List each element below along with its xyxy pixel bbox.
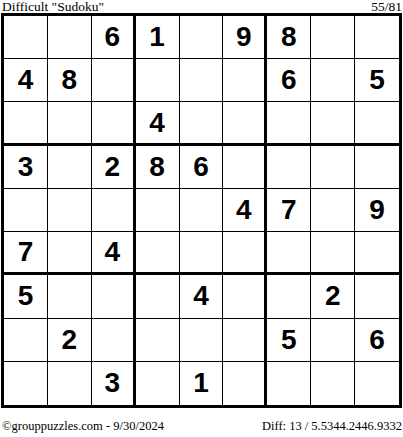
cell-r5c5-empty[interactable]	[180, 189, 224, 232]
cell-r2c8-empty[interactable]	[311, 59, 355, 102]
cell-r3c9-empty[interactable]	[355, 102, 399, 145]
cell-r1c3-given: 6	[92, 16, 136, 59]
cell-r1c9-empty[interactable]	[355, 16, 399, 59]
cell-r2c1-given: 4	[4, 59, 48, 102]
puzzle-title: Difficult "Sudoku"	[2, 0, 104, 13]
cell-r3c4-given: 4	[136, 102, 180, 145]
cell-r1c5-empty[interactable]	[180, 16, 224, 59]
cell-r4c1-given: 3	[4, 146, 48, 189]
cell-r8c9-given: 6	[355, 319, 399, 362]
cell-r3c3-empty[interactable]	[92, 102, 136, 145]
cell-r7c8-given: 2	[311, 275, 355, 318]
cell-r4c7-empty[interactable]	[267, 146, 311, 189]
cell-r9c8-empty[interactable]	[311, 362, 355, 405]
cell-r1c7-given: 8	[267, 16, 311, 59]
cell-r2c4-empty[interactable]	[136, 59, 180, 102]
cell-r4c3-given: 2	[92, 146, 136, 189]
cell-r5c8-empty[interactable]	[311, 189, 355, 232]
cell-r5c6-given: 4	[223, 189, 267, 232]
cell-r2c2-given: 8	[48, 59, 92, 102]
cell-r9c9-empty[interactable]	[355, 362, 399, 405]
page-footer: ©grouppuzzles.com - 9/30/2024 Diff: 13 /…	[2, 420, 402, 433]
cell-r7c6-empty[interactable]	[223, 275, 267, 318]
empty-cell-counter: 55/81	[371, 0, 402, 13]
cell-r9c4-empty[interactable]	[136, 362, 180, 405]
cell-r9c6-empty[interactable]	[223, 362, 267, 405]
cell-r4c9-empty[interactable]	[355, 146, 399, 189]
cell-r3c8-empty[interactable]	[311, 102, 355, 145]
cell-r1c1-empty[interactable]	[4, 16, 48, 59]
cell-r4c8-empty[interactable]	[311, 146, 355, 189]
cell-r5c4-empty[interactable]	[136, 189, 180, 232]
cell-r3c7-empty[interactable]	[267, 102, 311, 145]
cell-r7c4-empty[interactable]	[136, 275, 180, 318]
cell-r2c9-given: 5	[355, 59, 399, 102]
cell-r7c5-given: 4	[180, 275, 224, 318]
cell-r1c2-empty[interactable]	[48, 16, 92, 59]
cell-r7c9-empty[interactable]	[355, 275, 399, 318]
page-header: Difficult "Sudoku" 55/81	[2, 0, 402, 13]
cell-r7c1-given: 5	[4, 275, 48, 318]
cell-r9c7-empty[interactable]	[267, 362, 311, 405]
cell-r8c5-empty[interactable]	[180, 319, 224, 362]
cell-r1c6-given: 9	[223, 16, 267, 59]
cell-r2c3-empty[interactable]	[92, 59, 136, 102]
cell-r4c4-given: 8	[136, 146, 180, 189]
cell-r3c5-empty[interactable]	[180, 102, 224, 145]
cell-r5c3-empty[interactable]	[92, 189, 136, 232]
cell-r8c3-empty[interactable]	[92, 319, 136, 362]
cell-r4c5-given: 6	[180, 146, 224, 189]
cell-r3c6-empty[interactable]	[223, 102, 267, 145]
cell-r8c6-empty[interactable]	[223, 319, 267, 362]
cell-r5c7-given: 7	[267, 189, 311, 232]
cell-r6c4-empty[interactable]	[136, 232, 180, 275]
cell-r2c5-empty[interactable]	[180, 59, 224, 102]
cell-r7c2-empty[interactable]	[48, 275, 92, 318]
cell-r3c2-empty[interactable]	[48, 102, 92, 145]
cell-r4c2-empty[interactable]	[48, 146, 92, 189]
cell-r1c8-empty[interactable]	[311, 16, 355, 59]
cell-r6c2-empty[interactable]	[48, 232, 92, 275]
cell-r9c5-given: 1	[180, 362, 224, 405]
sudoku-grid: 61984865432864797454225631	[1, 13, 402, 408]
cell-r6c9-empty[interactable]	[355, 232, 399, 275]
cell-r6c8-empty[interactable]	[311, 232, 355, 275]
cell-r9c1-empty[interactable]	[4, 362, 48, 405]
cell-r2c6-empty[interactable]	[223, 59, 267, 102]
cell-r5c2-empty[interactable]	[48, 189, 92, 232]
cell-r8c1-empty[interactable]	[4, 319, 48, 362]
cell-r8c4-empty[interactable]	[136, 319, 180, 362]
cell-r9c3-given: 3	[92, 362, 136, 405]
cell-r3c1-empty[interactable]	[4, 102, 48, 145]
cell-r7c7-empty[interactable]	[267, 275, 311, 318]
cell-r2c7-given: 6	[267, 59, 311, 102]
cell-r9c2-empty[interactable]	[48, 362, 92, 405]
cell-r6c5-empty[interactable]	[180, 232, 224, 275]
cell-r6c1-given: 7	[4, 232, 48, 275]
cell-r8c2-given: 2	[48, 319, 92, 362]
copyright-text: ©grouppuzzles.com - 9/30/2024	[2, 420, 164, 433]
cell-r6c6-empty[interactable]	[223, 232, 267, 275]
difficulty-text: Diff: 13 / 5.5344.2446.9332	[262, 420, 402, 433]
cell-r7c3-empty[interactable]	[92, 275, 136, 318]
cell-r6c7-empty[interactable]	[267, 232, 311, 275]
cell-r5c1-empty[interactable]	[4, 189, 48, 232]
cell-r4c6-empty[interactable]	[223, 146, 267, 189]
cell-r1c4-given: 1	[136, 16, 180, 59]
cell-r6c3-given: 4	[92, 232, 136, 275]
cell-r8c7-given: 5	[267, 319, 311, 362]
cell-r8c8-empty[interactable]	[311, 319, 355, 362]
cell-r5c9-given: 9	[355, 189, 399, 232]
